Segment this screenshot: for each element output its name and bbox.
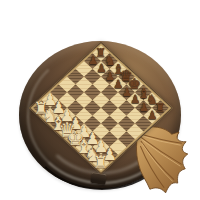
chess-set-photo: ♜♞♝♛♚♝♞♜♟♟♟♟♟♟♟♟♟♟♟♟♟♟♟♟♜♞♝♛♚♝♞♜	[0, 0, 200, 200]
bowl-clasp	[90, 172, 107, 185]
